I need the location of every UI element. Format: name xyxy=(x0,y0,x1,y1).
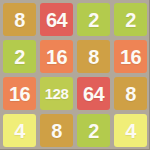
tile-16: 16 xyxy=(3,77,36,110)
tile-8: 8 xyxy=(77,40,110,73)
tile-16: 16 xyxy=(114,40,147,73)
tile-8: 8 xyxy=(114,77,147,110)
tile-2: 2 xyxy=(77,114,110,147)
tile-8: 8 xyxy=(40,114,73,147)
tile-2: 2 xyxy=(3,40,36,73)
tile-64: 64 xyxy=(77,77,110,110)
tile-64: 64 xyxy=(40,3,73,36)
tile-8: 8 xyxy=(3,3,36,36)
tile-128: 128 xyxy=(40,77,73,110)
board-2048[interactable]: 86422216816161286484824 xyxy=(0,0,150,150)
tile-2: 2 xyxy=(77,3,110,36)
tile-2: 2 xyxy=(114,3,147,36)
tile-4: 4 xyxy=(114,114,147,147)
tile-16: 16 xyxy=(40,40,73,73)
tile-4: 4 xyxy=(3,114,36,147)
